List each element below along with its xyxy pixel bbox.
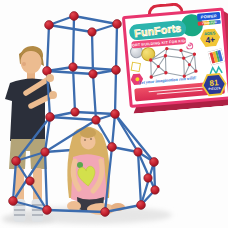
box-front-face: FunForts △ FORT BUILDING KIT FOR KIDS PO… [122, 7, 228, 108]
brand-name-top: POWER [200, 13, 216, 19]
product-photo: FunForts △ FORT BUILDING KIT FOR KIDS PO… [0, 0, 228, 228]
brand-logo: POWER YOUR FUN [197, 12, 221, 26]
brand-name-bottom: YOUR FUN [202, 20, 217, 25]
girl-figure [67, 126, 125, 215]
box-title: FunForts [134, 21, 182, 39]
product-box: FunForts △ FORT BUILDING KIT FOR KIDS PO… [122, 7, 228, 108]
rainbow-square-icon [208, 49, 224, 65]
